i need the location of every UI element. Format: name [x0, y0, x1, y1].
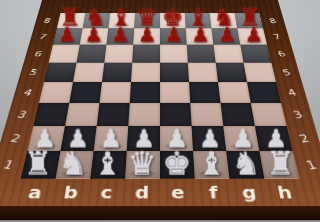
- square-b7[interactable]: ♟: [80, 28, 109, 45]
- file-labels-bottom: abcdefgh: [14, 179, 306, 206]
- square-g4[interactable]: [218, 82, 251, 103]
- square-b5[interactable]: [73, 63, 104, 82]
- squares-grid: ♜♞♝♛♚♝♞♜♟♟♟♟♟♟♟♟♟♟♟♟♟♟♟♟♜♞♝♛♚♝♞♜: [21, 13, 299, 179]
- piece-red-pawn-a7[interactable]: ♟: [58, 25, 76, 45]
- square-g1[interactable]: ♞: [226, 151, 264, 179]
- file-label-f: f: [195, 179, 233, 206]
- piece-silver-king-e1[interactable]: ♚: [163, 147, 192, 179]
- piece-silver-rook-h1[interactable]: ♜: [267, 147, 296, 179]
- square-c6[interactable]: [104, 45, 133, 63]
- chess-board[interactable]: 87654321 87654321 abcdefgh ♜♞♝♛♚♝♞♜♟♟♟♟♟…: [0, 0, 320, 206]
- piece-red-pawn-d7[interactable]: ♟: [138, 25, 156, 45]
- square-b6[interactable]: [76, 45, 106, 63]
- square-h1[interactable]: ♜: [259, 151, 299, 179]
- piece-silver-queen-d1[interactable]: ♛: [128, 147, 157, 179]
- square-f3[interactable]: [190, 103, 223, 126]
- square-f7[interactable]: ♟: [186, 28, 214, 45]
- square-g5[interactable]: [216, 63, 247, 82]
- square-c7[interactable]: ♟: [106, 28, 134, 45]
- square-f1[interactable]: ♝: [193, 151, 229, 179]
- file-label-g: g: [230, 179, 270, 206]
- piece-red-pawn-h7[interactable]: ♟: [244, 25, 262, 45]
- piece-red-pawn-f7[interactable]: ♟: [191, 25, 209, 45]
- piece-silver-knight-b1[interactable]: ♞: [59, 147, 88, 179]
- square-b4[interactable]: [69, 82, 102, 103]
- square-e6[interactable]: [160, 45, 188, 63]
- piece-silver-bishop-c1[interactable]: ♝: [94, 147, 123, 179]
- square-e1[interactable]: ♚: [160, 151, 195, 179]
- piece-red-pawn-g7[interactable]: ♟: [218, 25, 236, 45]
- square-b1[interactable]: ♞: [56, 151, 94, 179]
- piece-silver-knight-g1[interactable]: ♞: [232, 147, 261, 179]
- file-label-d: d: [124, 179, 160, 206]
- square-f4[interactable]: [189, 82, 221, 103]
- square-g7[interactable]: ♟: [212, 28, 241, 45]
- square-e5[interactable]: [160, 63, 189, 82]
- square-g6[interactable]: [214, 45, 244, 63]
- rank-label-5-right: 5: [269, 61, 304, 84]
- piece-red-pawn-e7[interactable]: ♟: [164, 25, 182, 45]
- square-e4[interactable]: [160, 82, 190, 103]
- square-c3[interactable]: [97, 103, 130, 126]
- square-c1[interactable]: ♝: [90, 151, 126, 179]
- square-a3[interactable]: [33, 103, 69, 126]
- square-h3[interactable]: [251, 103, 287, 126]
- square-d4[interactable]: [130, 82, 160, 103]
- square-a4[interactable]: [39, 82, 73, 103]
- piece-red-pawn-b7[interactable]: ♟: [84, 25, 102, 45]
- square-c5[interactable]: [102, 63, 132, 82]
- square-e7[interactable]: ♟: [160, 28, 187, 45]
- square-f6[interactable]: [187, 45, 216, 63]
- render-scene: 87654321 87654321 abcdefgh ♜♞♝♛♚♝♞♜♟♟♟♟♟…: [0, 0, 320, 222]
- square-b3[interactable]: [65, 103, 99, 126]
- file-label-b: b: [51, 179, 91, 206]
- file-label-h: h: [264, 179, 305, 206]
- file-label-e: e: [160, 179, 196, 206]
- square-d1[interactable]: ♛: [125, 151, 160, 179]
- square-d6[interactable]: [132, 45, 160, 63]
- square-e3[interactable]: [160, 103, 192, 126]
- piece-red-pawn-c7[interactable]: ♟: [111, 25, 129, 45]
- square-h4[interactable]: [247, 82, 281, 103]
- square-c4[interactable]: [99, 82, 131, 103]
- square-d7[interactable]: ♟: [133, 28, 160, 45]
- square-d5[interactable]: [131, 63, 160, 82]
- square-d3[interactable]: [128, 103, 160, 126]
- square-a1[interactable]: ♜: [21, 151, 61, 179]
- square-f5[interactable]: [188, 63, 218, 82]
- piece-silver-rook-a1[interactable]: ♜: [24, 147, 53, 179]
- piece-silver-bishop-f1[interactable]: ♝: [198, 147, 227, 179]
- file-label-c: c: [87, 179, 125, 206]
- file-label-a: a: [14, 179, 55, 206]
- board-front-edge: [0, 206, 320, 221]
- square-g3[interactable]: [221, 103, 255, 126]
